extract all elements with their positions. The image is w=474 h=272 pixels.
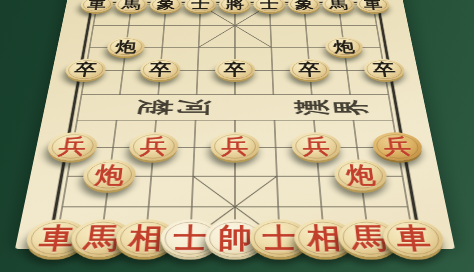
piece-glyph: 車: [394, 224, 432, 252]
xiangqi-board[interactable]: 楚 河 漢 界 車馬象士將士象馬車炮炮卒卒卒卒卒兵兵兵兵兵炮炮車馬相士帥士相馬車: [15, 0, 455, 249]
pieces-layer: 車馬象士將士象馬車炮炮卒卒卒卒卒兵兵兵兵兵炮炮車馬相士帥士相馬車: [15, 0, 455, 249]
piece-black-cannon[interactable]: 炮: [106, 37, 146, 56]
piece-red-soldier[interactable]: 兵: [291, 132, 342, 160]
piece-black-soldier[interactable]: 卒: [139, 59, 181, 80]
piece-glyph: 兵: [57, 136, 88, 157]
piece-red-soldier[interactable]: 兵: [371, 132, 425, 160]
piece-glyph: 車: [37, 224, 75, 252]
piece-glyph: 馬: [121, 0, 141, 10]
piece-glyph: 炮: [333, 39, 356, 53]
piece-glyph: 卒: [73, 62, 98, 78]
piece-glyph: 兵: [382, 136, 413, 157]
piece-glyph: 象: [156, 0, 175, 10]
piece-black-elephant[interactable]: 象: [149, 0, 183, 12]
piece-glyph: 炮: [115, 39, 138, 53]
piece-black-advisor[interactable]: 士: [184, 0, 217, 12]
piece-glyph: 士: [260, 0, 279, 10]
piece-glyph: 相: [128, 224, 164, 252]
piece-glyph: 炮: [93, 164, 125, 187]
piece-red-cannon[interactable]: 炮: [81, 160, 137, 191]
piece-black-general[interactable]: 將: [219, 0, 252, 12]
piece-red-soldier[interactable]: 兵: [128, 132, 179, 160]
piece-glyph: 士: [191, 0, 210, 10]
piece-black-horse[interactable]: 馬: [114, 0, 148, 12]
piece-glyph: 帥: [218, 224, 252, 252]
piece-glyph: 相: [306, 224, 342, 252]
piece-glyph: 士: [173, 224, 208, 252]
piece-red-soldier[interactable]: 兵: [45, 132, 99, 160]
piece-glyph: 車: [363, 0, 383, 10]
piece-black-soldier[interactable]: 卒: [289, 59, 331, 80]
piece-glyph: 卒: [298, 62, 322, 78]
piece-glyph: 將: [226, 0, 245, 10]
piece-glyph: 卒: [224, 62, 247, 78]
piece-glyph: 馬: [329, 0, 349, 10]
piece-glyph: 馬: [350, 224, 387, 252]
piece-glyph: 象: [294, 0, 313, 10]
piece-black-soldier[interactable]: 卒: [363, 59, 406, 80]
piece-glyph: 卒: [372, 62, 397, 78]
piece-red-cannon[interactable]: 炮: [333, 160, 389, 191]
piece-black-elephant[interactable]: 象: [287, 0, 321, 12]
piece-glyph: 馬: [83, 224, 120, 252]
piece-glyph: 兵: [221, 136, 248, 157]
piece-glyph: 士: [262, 224, 297, 252]
piece-glyph: 兵: [302, 136, 331, 157]
piece-glyph: 兵: [139, 136, 168, 157]
piece-black-soldier[interactable]: 卒: [64, 59, 107, 80]
piece-black-advisor[interactable]: 士: [253, 0, 286, 12]
piece-black-cannon[interactable]: 炮: [324, 37, 364, 56]
piece-red-soldier[interactable]: 兵: [210, 132, 259, 160]
piece-glyph: 卒: [148, 62, 172, 78]
piece-black-soldier[interactable]: 卒: [215, 59, 255, 80]
table-felt: 楚 河 漢 界 車馬象士將士象馬車炮炮卒卒卒卒卒兵兵兵兵兵炮炮車馬相士帥士相馬車: [0, 0, 474, 272]
piece-glyph: 炮: [345, 164, 377, 187]
piece-black-chariot[interactable]: 車: [356, 0, 391, 12]
piece-black-horse[interactable]: 馬: [322, 0, 356, 12]
piece-black-chariot[interactable]: 車: [79, 0, 114, 12]
piece-glyph: 車: [87, 0, 107, 10]
